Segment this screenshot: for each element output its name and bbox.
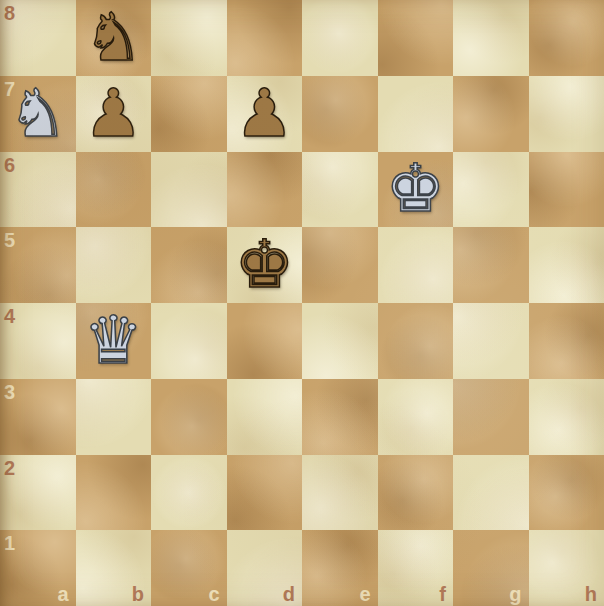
square-c7[interactable] (151, 76, 227, 152)
square-e4[interactable] (302, 303, 378, 379)
square-a7[interactable]: 7♞ (0, 76, 76, 152)
rank-label-2: 2 (4, 458, 15, 478)
square-c4[interactable] (151, 303, 227, 379)
square-h7[interactable] (529, 76, 604, 152)
square-d6[interactable] (227, 152, 303, 228)
square-e2[interactable] (302, 455, 378, 531)
square-d7[interactable]: ♟ (227, 76, 303, 152)
square-g8[interactable] (453, 0, 529, 76)
square-h5[interactable] (529, 227, 604, 303)
rank-label-3: 3 (4, 382, 15, 402)
square-d8[interactable] (227, 0, 303, 76)
file-label-g: g (509, 584, 521, 604)
rank-label-8: 8 (4, 3, 15, 23)
square-h8[interactable] (529, 0, 604, 76)
square-a8[interactable]: 8 (0, 0, 76, 76)
square-c3[interactable] (151, 379, 227, 455)
black-pawn[interactable]: ♟ (227, 76, 303, 152)
white-king[interactable]: ♚ (378, 152, 454, 228)
rank-label-4: 4 (4, 306, 15, 326)
square-d3[interactable] (227, 379, 303, 455)
rank-label-1: 1 (4, 533, 15, 553)
square-f4[interactable] (378, 303, 454, 379)
square-g6[interactable] (453, 152, 529, 228)
square-f3[interactable] (378, 379, 454, 455)
square-e3[interactable] (302, 379, 378, 455)
square-f1[interactable]: f (378, 530, 454, 606)
square-a5[interactable]: 5 (0, 227, 76, 303)
square-a4[interactable]: 4 (0, 303, 76, 379)
square-h6[interactable] (529, 152, 604, 228)
square-f7[interactable] (378, 76, 454, 152)
file-label-f: f (439, 584, 446, 604)
square-b8[interactable]: ♞ (76, 0, 152, 76)
rank-label-6: 6 (4, 155, 15, 175)
square-c5[interactable] (151, 227, 227, 303)
square-g7[interactable] (453, 76, 529, 152)
square-e6[interactable] (302, 152, 378, 228)
square-e8[interactable] (302, 0, 378, 76)
chess-board: 8♞7♞♟♟6♚5♚4♛321abcdefgh (0, 0, 604, 606)
black-knight[interactable]: ♞ (76, 0, 152, 76)
file-label-b: b (132, 584, 144, 604)
square-a2[interactable]: 2 (0, 455, 76, 531)
square-e7[interactable] (302, 76, 378, 152)
square-b2[interactable] (76, 455, 152, 531)
file-label-e: e (359, 584, 370, 604)
square-g1[interactable]: g (453, 530, 529, 606)
square-e1[interactable]: e (302, 530, 378, 606)
square-a1[interactable]: 1a (0, 530, 76, 606)
square-g3[interactable] (453, 379, 529, 455)
square-f2[interactable] (378, 455, 454, 531)
square-d1[interactable]: d (227, 530, 303, 606)
file-label-a: a (57, 584, 68, 604)
file-label-c: c (208, 584, 219, 604)
square-h2[interactable] (529, 455, 604, 531)
square-g2[interactable] (453, 455, 529, 531)
square-h1[interactable]: h (529, 530, 604, 606)
square-d4[interactable] (227, 303, 303, 379)
square-d5[interactable]: ♚ (227, 227, 303, 303)
square-g5[interactable] (453, 227, 529, 303)
square-g4[interactable] (453, 303, 529, 379)
square-a6[interactable]: 6 (0, 152, 76, 228)
square-f8[interactable] (378, 0, 454, 76)
square-c8[interactable] (151, 0, 227, 76)
white-knight[interactable]: ♞ (0, 76, 76, 152)
square-b1[interactable]: b (76, 530, 152, 606)
square-f5[interactable] (378, 227, 454, 303)
white-queen[interactable]: ♛ (76, 303, 152, 379)
square-c2[interactable] (151, 455, 227, 531)
file-label-h: h (585, 584, 597, 604)
file-label-d: d (283, 584, 295, 604)
rank-label-5: 5 (4, 230, 15, 250)
square-e5[interactable] (302, 227, 378, 303)
square-b4[interactable]: ♛ (76, 303, 152, 379)
black-king[interactable]: ♚ (227, 227, 303, 303)
square-b5[interactable] (76, 227, 152, 303)
square-f6[interactable]: ♚ (378, 152, 454, 228)
black-pawn[interactable]: ♟ (76, 76, 152, 152)
square-a3[interactable]: 3 (0, 379, 76, 455)
square-d2[interactable] (227, 455, 303, 531)
square-b6[interactable] (76, 152, 152, 228)
square-b3[interactable] (76, 379, 152, 455)
square-b7[interactable]: ♟ (76, 76, 152, 152)
square-c6[interactable] (151, 152, 227, 228)
square-h3[interactable] (529, 379, 604, 455)
square-h4[interactable] (529, 303, 604, 379)
square-c1[interactable]: c (151, 530, 227, 606)
